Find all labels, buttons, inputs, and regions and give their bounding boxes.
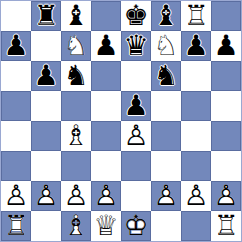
piece-black-knight: ♞	[151, 61, 181, 91]
piece-black-pawn: ♟	[91, 31, 121, 61]
white-bishop-outline-glyph: ♗	[61, 121, 91, 151]
white-pawn-outline-glyph: ♙	[91, 181, 121, 211]
square-e2[interactable]	[121, 181, 151, 211]
black-knight-glyph: ♞	[61, 61, 91, 91]
square-d4[interactable]	[91, 121, 121, 151]
square-a3[interactable]	[1, 151, 31, 181]
square-c4[interactable]: ♝♗	[61, 121, 91, 151]
square-a4[interactable]	[1, 121, 31, 151]
square-h4[interactable]	[211, 121, 241, 151]
white-queen-fill-glyph: ♛	[91, 211, 121, 241]
piece-white-rook: ♜♖	[211, 211, 241, 241]
white-knight-fill-glyph: ♞	[61, 31, 91, 61]
piece-black-queen: ♛	[121, 31, 151, 61]
piece-black-pawn: ♟	[1, 31, 31, 61]
white-pawn-fill-glyph: ♟	[31, 181, 61, 211]
piece-white-pawn: ♟♙	[1, 181, 31, 211]
square-b2[interactable]: ♟♙	[31, 181, 61, 211]
square-b8[interactable]: ♜	[31, 1, 61, 31]
piece-white-queen: ♛♕	[91, 211, 121, 241]
black-rook-glyph: ♜	[31, 1, 61, 31]
white-pawn-outline-glyph: ♙	[61, 181, 91, 211]
chess-board: ♜♝♚♝♜♖♟♞♘♟♛♞♘♟♟♟♞♞♟♝♗♟♙♟♙♟♙♟♙♟♙♟♙♟♙♟♙♜♖♝…	[0, 0, 242, 242]
piece-black-pawn: ♟	[211, 31, 241, 61]
square-b5[interactable]	[31, 91, 61, 121]
square-a8[interactable]	[1, 1, 31, 31]
piece-white-pawn: ♟♙	[91, 181, 121, 211]
black-pawn-glyph: ♟	[181, 31, 211, 61]
white-pawn-fill-glyph: ♟	[91, 181, 121, 211]
square-d7[interactable]: ♟	[91, 31, 121, 61]
white-pawn-outline-glyph: ♙	[211, 181, 241, 211]
black-pawn-glyph: ♟	[211, 31, 241, 61]
square-h6[interactable]	[211, 61, 241, 91]
white-pawn-outline-glyph: ♙	[31, 181, 61, 211]
square-g8[interactable]: ♜♖	[181, 1, 211, 31]
square-h5[interactable]	[211, 91, 241, 121]
white-rook-fill-glyph: ♜	[1, 211, 31, 241]
piece-black-pawn: ♟	[121, 91, 151, 121]
piece-white-rook: ♜♖	[1, 211, 31, 241]
square-b1[interactable]	[31, 211, 61, 241]
square-h3[interactable]	[211, 151, 241, 181]
white-pawn-fill-glyph: ♟	[61, 181, 91, 211]
square-a1[interactable]: ♜♖	[1, 211, 31, 241]
square-d3[interactable]	[91, 151, 121, 181]
white-rook-outline-glyph: ♖	[1, 211, 31, 241]
square-e3[interactable]	[121, 151, 151, 181]
piece-white-rook: ♜♖	[181, 1, 211, 31]
square-e4[interactable]: ♟♙	[121, 121, 151, 151]
square-g2[interactable]: ♟♙	[181, 181, 211, 211]
square-c1[interactable]: ♝♗	[61, 211, 91, 241]
white-bishop-fill-glyph: ♝	[61, 121, 91, 151]
black-bishop-glyph: ♝	[151, 1, 181, 31]
white-rook-fill-glyph: ♜	[181, 1, 211, 31]
black-pawn-glyph: ♟	[31, 61, 61, 91]
square-e5[interactable]: ♟	[121, 91, 151, 121]
square-h7[interactable]: ♟	[211, 31, 241, 61]
square-b6[interactable]: ♟	[31, 61, 61, 91]
square-g5[interactable]	[181, 91, 211, 121]
square-b4[interactable]	[31, 121, 61, 151]
square-f7[interactable]: ♞♘	[151, 31, 181, 61]
black-pawn-glyph: ♟	[1, 31, 31, 61]
square-a2[interactable]: ♟♙	[1, 181, 31, 211]
square-e6[interactable]	[121, 61, 151, 91]
piece-black-pawn: ♟	[31, 61, 61, 91]
white-pawn-outline-glyph: ♙	[121, 121, 151, 151]
piece-white-pawn: ♟♙	[211, 181, 241, 211]
square-d1[interactable]: ♛♕	[91, 211, 121, 241]
piece-black-knight: ♞	[61, 61, 91, 91]
piece-black-bishop: ♝	[61, 1, 91, 31]
square-f3[interactable]	[151, 151, 181, 181]
square-c5[interactable]	[61, 91, 91, 121]
square-f5[interactable]	[151, 91, 181, 121]
square-b7[interactable]	[31, 31, 61, 61]
square-d8[interactable]	[91, 1, 121, 31]
square-d2[interactable]: ♟♙	[91, 181, 121, 211]
white-bishop-fill-glyph: ♝	[61, 211, 91, 241]
white-pawn-fill-glyph: ♟	[181, 181, 211, 211]
square-g3[interactable]	[181, 151, 211, 181]
square-c7[interactable]: ♞♘	[61, 31, 91, 61]
piece-white-pawn: ♟♙	[151, 181, 181, 211]
piece-white-pawn: ♟♙	[181, 181, 211, 211]
square-c3[interactable]	[61, 151, 91, 181]
white-pawn-outline-glyph: ♙	[151, 181, 181, 211]
square-f1[interactable]	[151, 211, 181, 241]
white-pawn-fill-glyph: ♟	[121, 121, 151, 151]
piece-black-bishop: ♝	[151, 1, 181, 31]
piece-black-pawn: ♟	[181, 31, 211, 61]
piece-white-pawn: ♟♙	[61, 181, 91, 211]
white-king-outline-glyph: ♔	[121, 211, 151, 241]
white-knight-outline-glyph: ♘	[151, 31, 181, 61]
piece-white-knight: ♞♘	[151, 31, 181, 61]
square-b3[interactable]	[31, 151, 61, 181]
square-e8[interactable]: ♚	[121, 1, 151, 31]
white-bishop-outline-glyph: ♗	[61, 211, 91, 241]
square-e1[interactable]: ♚♔	[121, 211, 151, 241]
black-pawn-glyph: ♟	[91, 31, 121, 61]
square-g4[interactable]	[181, 121, 211, 151]
white-pawn-outline-glyph: ♙	[1, 181, 31, 211]
square-g1[interactable]	[181, 211, 211, 241]
white-pawn-fill-glyph: ♟	[211, 181, 241, 211]
square-f6[interactable]: ♞	[151, 61, 181, 91]
square-h2[interactable]: ♟♙	[211, 181, 241, 211]
square-g6[interactable]	[181, 61, 211, 91]
square-c6[interactable]: ♞	[61, 61, 91, 91]
square-g7[interactable]: ♟	[181, 31, 211, 61]
square-a7[interactable]: ♟	[1, 31, 31, 61]
square-a5[interactable]	[1, 91, 31, 121]
piece-black-king: ♚	[121, 1, 151, 31]
piece-black-rook: ♜	[31, 1, 61, 31]
white-pawn-outline-glyph: ♙	[181, 181, 211, 211]
piece-white-king: ♚♔	[121, 211, 151, 241]
square-f8[interactable]: ♝	[151, 1, 181, 31]
black-queen-glyph: ♛	[121, 31, 151, 61]
white-pawn-fill-glyph: ♟	[151, 181, 181, 211]
black-bishop-glyph: ♝	[61, 1, 91, 31]
piece-white-bishop: ♝♗	[61, 211, 91, 241]
black-knight-glyph: ♞	[151, 61, 181, 91]
square-a6[interactable]	[1, 61, 31, 91]
square-h1[interactable]: ♜♖	[211, 211, 241, 241]
piece-white-pawn: ♟♙	[31, 181, 61, 211]
white-king-fill-glyph: ♚	[121, 211, 151, 241]
white-rook-fill-glyph: ♜	[211, 211, 241, 241]
piece-white-pawn: ♟♙	[121, 121, 151, 151]
white-knight-outline-glyph: ♘	[61, 31, 91, 61]
square-d6[interactable]	[91, 61, 121, 91]
square-e7[interactable]: ♛	[121, 31, 151, 61]
white-rook-outline-glyph: ♖	[211, 211, 241, 241]
piece-white-bishop: ♝♗	[61, 121, 91, 151]
piece-white-knight: ♞♘	[61, 31, 91, 61]
square-h8[interactable]	[211, 1, 241, 31]
square-f4[interactable]	[151, 121, 181, 151]
square-c2[interactable]: ♟♙	[61, 181, 91, 211]
black-pawn-glyph: ♟	[121, 91, 151, 121]
white-knight-fill-glyph: ♞	[151, 31, 181, 61]
square-c8[interactable]: ♝	[61, 1, 91, 31]
square-d5[interactable]	[91, 91, 121, 121]
square-f2[interactable]: ♟♙	[151, 181, 181, 211]
white-pawn-fill-glyph: ♟	[1, 181, 31, 211]
white-rook-outline-glyph: ♖	[181, 1, 211, 31]
white-queen-outline-glyph: ♕	[91, 211, 121, 241]
black-king-glyph: ♚	[121, 1, 151, 31]
